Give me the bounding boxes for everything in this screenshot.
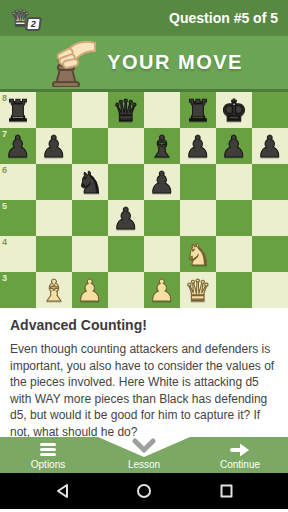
question-progress-title: Question #5 of 5 xyxy=(169,10,278,26)
square-h6[interactable] xyxy=(252,164,288,200)
back-triangle-icon xyxy=(55,483,70,499)
piece-g7-black-pawn[interactable]: ♟ xyxy=(216,128,252,164)
square-h7[interactable]: ♟ xyxy=(252,128,288,164)
chevron-down-icon xyxy=(131,438,157,454)
square-e3[interactable]: ♟ xyxy=(144,272,180,308)
square-a5[interactable]: 5 xyxy=(0,200,36,236)
square-b3[interactable]: ♝ xyxy=(36,272,72,308)
square-d5[interactable]: ♟ xyxy=(108,200,144,236)
square-g8[interactable]: ♚ xyxy=(216,92,252,128)
piece-b7-black-pawn[interactable]: ♟ xyxy=(36,128,72,164)
lesson-heading: Advanced Counting! xyxy=(10,317,278,333)
square-d4[interactable] xyxy=(108,236,144,272)
piece-f3-white-queen[interactable]: ♛ xyxy=(180,272,216,308)
square-g3[interactable] xyxy=(216,272,252,308)
square-d3[interactable] xyxy=(108,272,144,308)
hamburger-menu-icon xyxy=(40,443,56,456)
lesson-panel: Advanced Counting! Even though counting … xyxy=(0,308,288,437)
rank-label-5: 5 xyxy=(2,201,7,211)
piece-b3-white-bishop[interactable]: ♝ xyxy=(36,272,72,308)
android-back-button[interactable] xyxy=(54,483,70,499)
chess-board: 8♜♛♜♚7♟♟♝♟♟♟6♞♟5♟4♞3♝♟♟♛ xyxy=(0,92,288,308)
square-e6[interactable]: ♟ xyxy=(144,164,180,200)
android-navigation-bar xyxy=(0,473,288,509)
options-button[interactable]: Options xyxy=(0,437,96,473)
piece-e6-black-pawn[interactable]: ♟ xyxy=(144,164,180,200)
square-e8[interactable] xyxy=(144,92,180,128)
square-g4[interactable] xyxy=(216,236,252,272)
options-label: Options xyxy=(31,459,65,470)
hint-counter[interactable]: ♛ 2 xyxy=(10,7,31,30)
arrow-right-icon xyxy=(230,443,250,457)
piece-g8-black-king[interactable]: ♚ xyxy=(216,92,252,128)
square-a6[interactable]: 6 xyxy=(0,164,36,200)
rank-label-4: 4 xyxy=(2,237,7,247)
square-d8[interactable]: ♛ xyxy=(108,92,144,128)
hint-count-badge: 2 xyxy=(25,17,42,31)
square-g6[interactable] xyxy=(216,164,252,200)
continue-button[interactable]: Continue xyxy=(192,437,288,473)
piece-a8-black-rook[interactable]: ♜ xyxy=(0,92,36,128)
square-f5[interactable] xyxy=(180,200,216,236)
recents-square-icon xyxy=(219,483,234,499)
square-f6[interactable] xyxy=(180,164,216,200)
piece-a7-black-pawn[interactable]: ♟ xyxy=(0,128,36,164)
android-home-button[interactable] xyxy=(136,483,152,499)
square-h5[interactable] xyxy=(252,200,288,236)
rank-label-6: 6 xyxy=(2,165,7,175)
your-move-banner: YOUR MOVE xyxy=(0,36,288,92)
piece-f7-black-pawn[interactable]: ♟ xyxy=(180,128,216,164)
piece-c6-black-knight[interactable]: ♞ xyxy=(72,164,108,200)
square-h8[interactable] xyxy=(252,92,288,128)
piece-d8-black-queen[interactable]: ♛ xyxy=(108,92,144,128)
square-h4[interactable] xyxy=(252,236,288,272)
piece-f4-white-knight[interactable]: ♞ xyxy=(180,236,216,272)
lesson-label: Lesson xyxy=(128,459,160,470)
square-e7[interactable]: ♝ xyxy=(144,128,180,164)
hand-holding-pawn-icon xyxy=(45,39,97,87)
continue-label: Continue xyxy=(220,459,260,470)
square-b7[interactable]: ♟ xyxy=(36,128,72,164)
square-a4[interactable]: 4 xyxy=(0,236,36,272)
square-c3[interactable]: ♟ xyxy=(72,272,108,308)
home-circle-icon xyxy=(136,483,152,499)
lesson-toggle-button[interactable]: Lesson xyxy=(96,437,192,473)
square-g7[interactable]: ♟ xyxy=(216,128,252,164)
lesson-body-text: Even though counting attackers and defen… xyxy=(10,341,278,440)
square-d7[interactable] xyxy=(108,128,144,164)
square-c4[interactable] xyxy=(72,236,108,272)
piece-c3-white-pawn[interactable]: ♟ xyxy=(72,272,108,308)
your-move-label: YOUR MOVE xyxy=(107,51,243,74)
square-a3[interactable]: 3 xyxy=(0,272,36,308)
bottom-toolbar: Options Lesson Continue xyxy=(0,437,288,473)
square-b5[interactable] xyxy=(36,200,72,236)
piece-e7-black-bishop[interactable]: ♝ xyxy=(144,128,180,164)
square-a8[interactable]: 8♜ xyxy=(0,92,36,128)
square-f7[interactable]: ♟ xyxy=(180,128,216,164)
square-d6[interactable] xyxy=(108,164,144,200)
piece-f8-black-rook[interactable]: ♜ xyxy=(180,92,216,128)
square-g5[interactable] xyxy=(216,200,252,236)
square-e5[interactable] xyxy=(144,200,180,236)
square-b6[interactable] xyxy=(36,164,72,200)
rank-label-3: 3 xyxy=(2,273,7,283)
square-f8[interactable]: ♜ xyxy=(180,92,216,128)
square-a7[interactable]: 7♟ xyxy=(0,128,36,164)
square-b8[interactable] xyxy=(36,92,72,128)
piece-d5-black-pawn[interactable]: ♟ xyxy=(108,200,144,236)
square-h3[interactable] xyxy=(252,272,288,308)
piece-h7-black-pawn[interactable]: ♟ xyxy=(252,128,288,164)
square-c5[interactable] xyxy=(72,200,108,236)
app-header: ♛ 2 Question #5 of 5 xyxy=(0,0,288,36)
square-c8[interactable] xyxy=(72,92,108,128)
piece-e3-white-pawn[interactable]: ♟ xyxy=(144,272,180,308)
square-c6[interactable]: ♞ xyxy=(72,164,108,200)
square-c7[interactable] xyxy=(72,128,108,164)
android-recents-button[interactable] xyxy=(218,483,234,499)
square-e4[interactable] xyxy=(144,236,180,272)
square-f4[interactable]: ♞ xyxy=(180,236,216,272)
square-b4[interactable] xyxy=(36,236,72,272)
square-f3[interactable]: ♛ xyxy=(180,272,216,308)
